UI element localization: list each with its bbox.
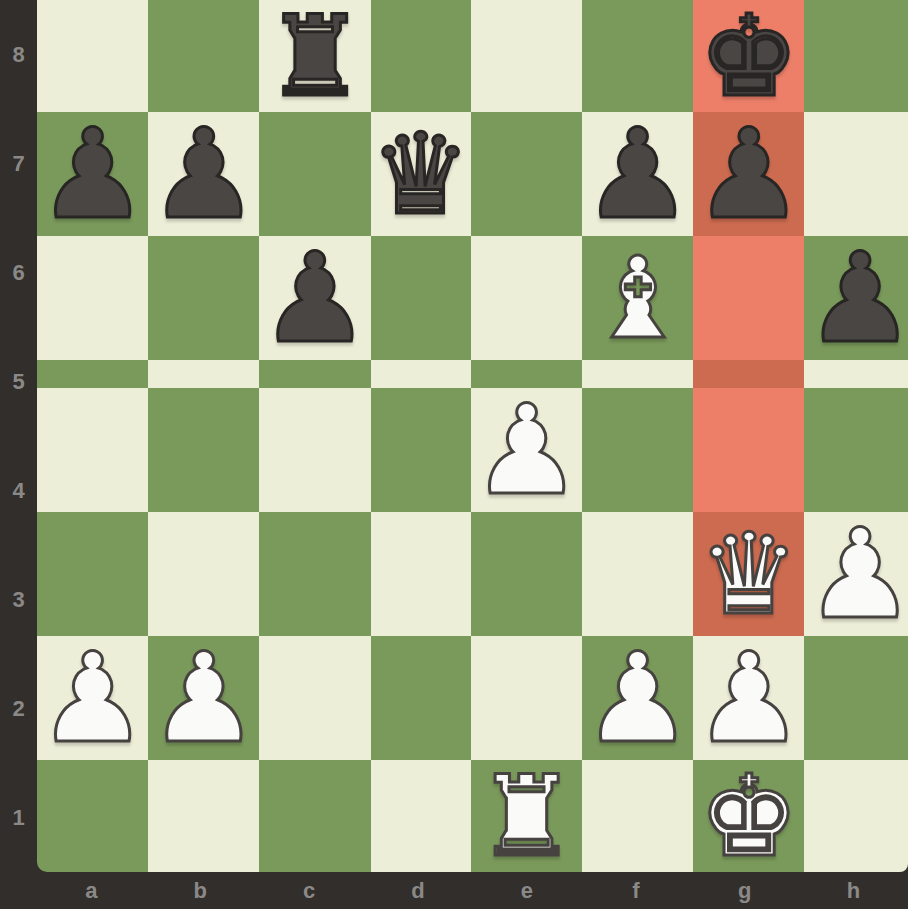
- square-g8[interactable]: ♚: [693, 0, 804, 112]
- square-d1[interactable]: [371, 760, 471, 872]
- white-queen-g3[interactable]: ♛: [699, 518, 799, 630]
- rank-label-5: 5: [0, 327, 37, 436]
- black-rook-c8[interactable]: ♜: [265, 0, 365, 112]
- square-f8[interactable]: [582, 0, 693, 112]
- square-b6[interactable]: [148, 236, 259, 360]
- rank-label-3: 3: [0, 545, 37, 654]
- rank-label-6: 6: [0, 218, 37, 327]
- white-pawn-f2[interactable]: ♟: [582, 636, 693, 760]
- square-f1[interactable]: [582, 760, 693, 872]
- black-pawn-h6[interactable]: ♟: [804, 236, 908, 360]
- file-label-e: e: [473, 872, 582, 909]
- square-b4[interactable]: [148, 388, 259, 512]
- square-e4[interactable]: ♟: [471, 388, 582, 512]
- file-label-g: g: [690, 872, 799, 909]
- square-d5[interactable]: [371, 360, 471, 388]
- square-d3[interactable]: [371, 512, 471, 636]
- black-king-g8[interactable]: ♚: [699, 0, 799, 112]
- square-a3[interactable]: [37, 512, 148, 636]
- square-f7[interactable]: ♟: [582, 112, 693, 236]
- rank-labels: 87654321: [0, 0, 37, 872]
- square-f2[interactable]: ♟: [582, 636, 693, 760]
- square-g7[interactable]: ♟: [693, 112, 804, 236]
- square-c3[interactable]: [259, 512, 370, 636]
- square-g6[interactable]: [693, 236, 804, 360]
- square-h3[interactable]: ♟: [804, 512, 908, 636]
- square-a1[interactable]: [37, 760, 148, 872]
- file-label-b: b: [146, 872, 255, 909]
- square-h7[interactable]: [804, 112, 908, 236]
- square-a7[interactable]: ♟: [37, 112, 148, 236]
- file-label-d: d: [364, 872, 473, 909]
- file-label-a: a: [37, 872, 146, 909]
- square-g1[interactable]: ♚: [693, 760, 804, 872]
- square-c2[interactable]: [259, 636, 370, 760]
- square-g2[interactable]: ♟: [693, 636, 804, 760]
- rank-label-4: 4: [0, 436, 37, 545]
- black-pawn-f7[interactable]: ♟: [582, 112, 693, 236]
- rank-label-1: 1: [0, 763, 37, 872]
- white-pawn-h3[interactable]: ♟: [804, 512, 908, 636]
- square-b3[interactable]: [148, 512, 259, 636]
- white-bishop-f6[interactable]: ♝: [587, 242, 687, 354]
- square-c7[interactable]: [259, 112, 370, 236]
- square-d7[interactable]: ♛: [371, 112, 471, 236]
- square-f6[interactable]: ♝: [582, 236, 693, 360]
- white-pawn-b2[interactable]: ♟: [148, 636, 259, 760]
- square-h6[interactable]: ♟: [804, 236, 908, 360]
- rank-label-2: 2: [0, 654, 37, 763]
- square-e7[interactable]: [471, 112, 582, 236]
- square-e8[interactable]: [471, 0, 582, 112]
- square-b5[interactable]: [148, 360, 259, 388]
- square-h8[interactable]: [804, 0, 908, 112]
- square-b7[interactable]: ♟: [148, 112, 259, 236]
- square-b1[interactable]: [148, 760, 259, 872]
- square-c1[interactable]: [259, 760, 370, 872]
- square-d8[interactable]: [371, 0, 471, 112]
- square-g3[interactable]: ♛: [693, 512, 804, 636]
- square-e6[interactable]: [471, 236, 582, 360]
- square-d6[interactable]: [371, 236, 471, 360]
- square-h2[interactable]: [804, 636, 908, 760]
- white-king-g1[interactable]: ♚: [699, 760, 799, 872]
- square-g4[interactable]: [693, 388, 804, 512]
- square-e3[interactable]: [471, 512, 582, 636]
- square-c6[interactable]: ♟: [259, 236, 370, 360]
- black-pawn-a7[interactable]: ♟: [37, 112, 148, 236]
- rank-label-7: 7: [0, 109, 37, 218]
- square-a2[interactable]: ♟: [37, 636, 148, 760]
- file-labels: abcdefgh: [37, 872, 908, 909]
- square-h4[interactable]: [804, 388, 908, 512]
- white-pawn-e4[interactable]: ♟: [471, 388, 582, 512]
- square-b2[interactable]: ♟: [148, 636, 259, 760]
- square-g5[interactable]: [693, 360, 804, 388]
- white-pawn-a2[interactable]: ♟: [37, 636, 148, 760]
- black-pawn-c6[interactable]: ♟: [259, 236, 370, 360]
- square-a5[interactable]: [37, 360, 148, 388]
- white-pawn-g2[interactable]: ♟: [693, 636, 804, 760]
- square-e2[interactable]: [471, 636, 582, 760]
- square-a4[interactable]: [37, 388, 148, 512]
- square-f4[interactable]: [582, 388, 693, 512]
- chess-app: 87654321 ♜♚♟♟♛♟♟♟♝♟♟♛♟♟♟♟♟♜♚ abcdefgh: [0, 0, 908, 909]
- chess-board: ♜♚♟♟♛♟♟♟♝♟♟♛♟♟♟♟♟♜♚: [37, 0, 908, 872]
- square-h1[interactable]: [804, 760, 908, 872]
- black-pawn-g7[interactable]: ♟: [693, 112, 804, 236]
- square-b8[interactable]: [148, 0, 259, 112]
- square-f3[interactable]: [582, 512, 693, 636]
- square-e1[interactable]: ♜: [471, 760, 582, 872]
- square-a8[interactable]: [37, 0, 148, 112]
- square-f5[interactable]: [582, 360, 693, 388]
- square-a6[interactable]: [37, 236, 148, 360]
- square-c8[interactable]: ♜: [259, 0, 370, 112]
- file-label-f: f: [581, 872, 690, 909]
- square-d2[interactable]: [371, 636, 471, 760]
- black-pawn-b7[interactable]: ♟: [148, 112, 259, 236]
- square-c4[interactable]: [259, 388, 370, 512]
- rank-label-8: 8: [0, 0, 37, 109]
- square-d4[interactable]: [371, 388, 471, 512]
- black-queen-d7[interactable]: ♛: [371, 118, 471, 230]
- file-label-c: c: [255, 872, 364, 909]
- white-rook-e1[interactable]: ♜: [476, 760, 576, 872]
- file-label-h: h: [799, 872, 908, 909]
